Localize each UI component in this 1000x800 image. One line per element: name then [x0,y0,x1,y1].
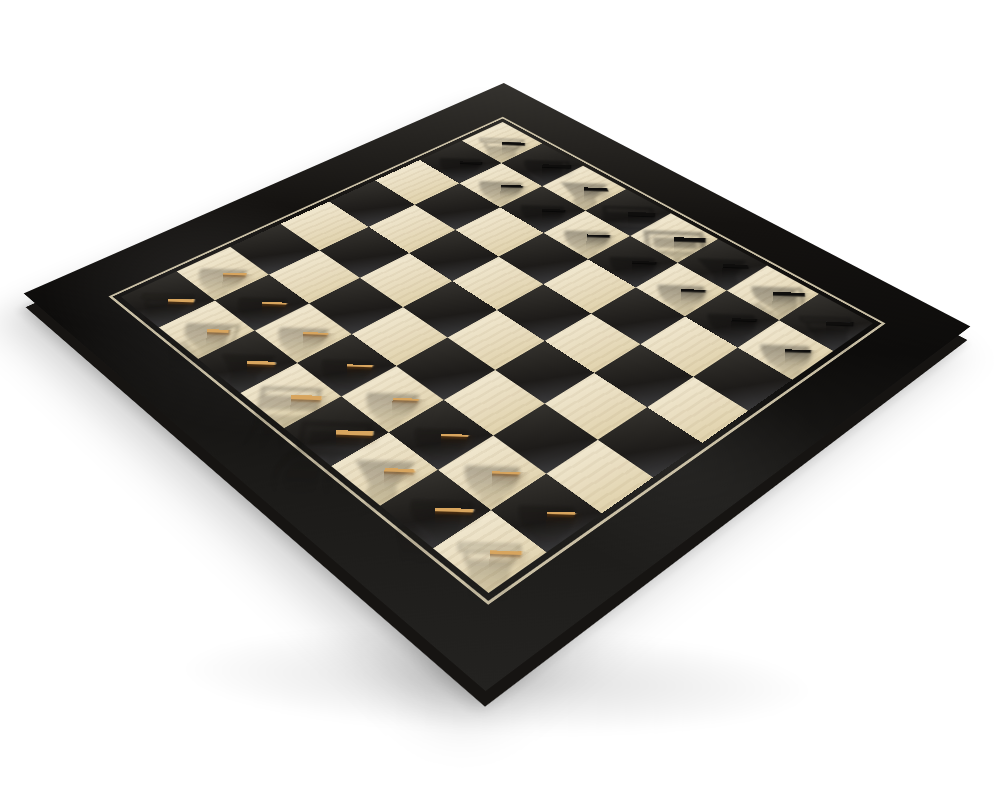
chess-board: ♜♜♞♞♝♝♛♛♚♚♝♝♞♞♜♜♟♟♟♟♟♟♟♟♟♟♟♟♟♟♟♟♟♟♟♟♟♟♟♟… [24,83,971,691]
photo-scene: ♜♜♞♞♝♝♛♛♚♚♝♝♞♞♜♜♟♟♟♟♟♟♟♟♟♟♟♟♟♟♟♟♟♟♟♟♟♟♟♟… [0,0,1000,800]
board-grid: ♜♜♞♞♝♝♛♛♚♚♝♝♞♞♜♜♟♟♟♟♟♟♟♟♟♟♟♟♟♟♟♟♟♟♟♟♟♟♟♟… [121,122,873,593]
